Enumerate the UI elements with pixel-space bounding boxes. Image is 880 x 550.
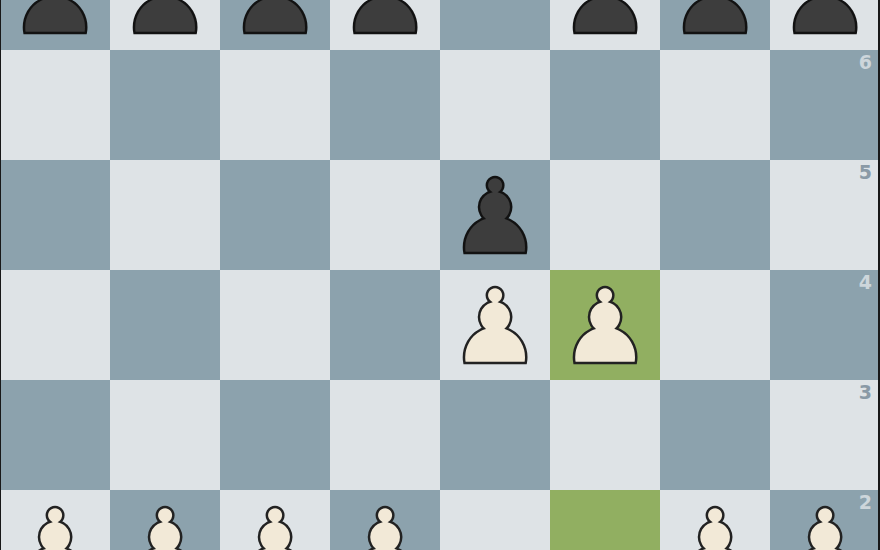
square-h3[interactable]: 3 [770, 380, 880, 490]
rank-label-4: 4 [859, 271, 872, 293]
square-c4[interactable] [220, 270, 330, 380]
square-g2[interactable]: ♟ [660, 490, 770, 550]
square-h6[interactable]: 6 [770, 50, 880, 160]
white-pawn[interactable]: ♟ [330, 492, 440, 550]
square-d7[interactable]: ♟ [330, 0, 440, 50]
square-a5[interactable] [0, 160, 110, 270]
square-h5[interactable]: 5 [770, 160, 880, 270]
black-pawn[interactable]: ♟ [440, 162, 550, 272]
square-f4[interactable]: ♟ [550, 270, 660, 380]
rank-label-3: 3 [859, 381, 872, 403]
square-d5[interactable] [330, 160, 440, 270]
square-a2[interactable]: ♟ [0, 490, 110, 550]
rank-label-5: 5 [859, 161, 872, 183]
rank-label-6: 6 [859, 51, 872, 73]
square-f7[interactable]: ♟ [550, 0, 660, 50]
square-f2[interactable] [550, 490, 660, 550]
black-pawn[interactable]: ♟ [220, 0, 330, 52]
black-pawn[interactable]: ♟ [0, 0, 110, 52]
white-pawn[interactable]: ♟ [220, 492, 330, 550]
square-h4[interactable]: 4 [770, 270, 880, 380]
square-g4[interactable] [660, 270, 770, 380]
square-e3[interactable] [440, 380, 550, 490]
square-a3[interactable] [0, 380, 110, 490]
square-e7[interactable] [440, 0, 550, 50]
square-c2[interactable]: ♟ [220, 490, 330, 550]
square-e5[interactable]: ♟ [440, 160, 550, 270]
square-c3[interactable] [220, 380, 330, 490]
white-pawn[interactable]: ♟ [550, 272, 660, 382]
board-left-edge [0, 0, 1, 550]
square-f5[interactable] [550, 160, 660, 270]
black-pawn[interactable]: ♟ [550, 0, 660, 52]
chess-board: ♜♞♝♛♚♝♞♜8♟♟♟♟♟♟♟76♟5♟♟43♟♟♟♟♟♟2♜♞♝♛♚♝♞♜1 [0, 0, 880, 550]
square-e4[interactable]: ♟ [440, 270, 550, 380]
square-a4[interactable] [0, 270, 110, 380]
square-g3[interactable] [660, 380, 770, 490]
square-g5[interactable] [660, 160, 770, 270]
square-h7[interactable]: ♟7 [770, 0, 880, 50]
square-d6[interactable] [330, 50, 440, 160]
square-e2[interactable] [440, 490, 550, 550]
white-pawn[interactable]: ♟ [0, 492, 110, 550]
black-pawn[interactable]: ♟ [770, 0, 880, 52]
square-a7[interactable]: ♟ [0, 0, 110, 50]
square-g6[interactable] [660, 50, 770, 160]
square-b4[interactable] [110, 270, 220, 380]
square-d4[interactable] [330, 270, 440, 380]
square-c6[interactable] [220, 50, 330, 160]
black-pawn[interactable]: ♟ [110, 0, 220, 52]
square-c7[interactable]: ♟ [220, 0, 330, 50]
chess-board-viewport: ♜♞♝♛♚♝♞♜8♟♟♟♟♟♟♟76♟5♟♟43♟♟♟♟♟♟2♜♞♝♛♚♝♞♜1 [0, 0, 880, 550]
square-a6[interactable] [0, 50, 110, 160]
square-d2[interactable]: ♟ [330, 490, 440, 550]
square-e6[interactable] [440, 50, 550, 160]
square-f6[interactable] [550, 50, 660, 160]
square-b2[interactable]: ♟ [110, 490, 220, 550]
black-pawn[interactable]: ♟ [660, 0, 770, 52]
white-pawn[interactable]: ♟ [770, 492, 880, 550]
black-pawn[interactable]: ♟ [330, 0, 440, 52]
square-h2[interactable]: ♟2 [770, 490, 880, 550]
square-g7[interactable]: ♟ [660, 0, 770, 50]
white-pawn[interactable]: ♟ [110, 492, 220, 550]
square-b3[interactable] [110, 380, 220, 490]
square-b7[interactable]: ♟ [110, 0, 220, 50]
square-b5[interactable] [110, 160, 220, 270]
square-f3[interactable] [550, 380, 660, 490]
white-pawn[interactable]: ♟ [660, 492, 770, 550]
square-c5[interactable] [220, 160, 330, 270]
white-pawn[interactable]: ♟ [440, 272, 550, 382]
square-b6[interactable] [110, 50, 220, 160]
square-d3[interactable] [330, 380, 440, 490]
